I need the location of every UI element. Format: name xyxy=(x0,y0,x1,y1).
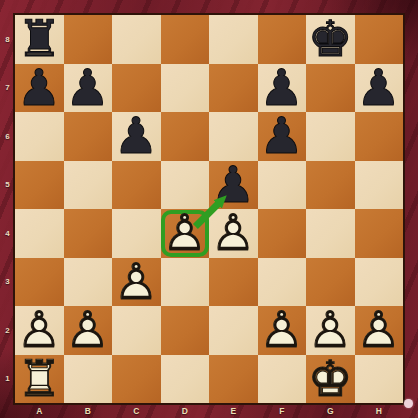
square-b6[interactable] xyxy=(64,112,113,161)
piece-black-king[interactable]: ♚ xyxy=(306,15,355,64)
square-h4[interactable] xyxy=(355,209,404,258)
square-b2[interactable]: ♟♙ xyxy=(64,306,113,355)
square-g5[interactable] xyxy=(306,161,355,210)
file-label-f: F xyxy=(258,403,307,418)
square-c3[interactable]: ♟♙ xyxy=(112,258,161,307)
square-f2[interactable]: ♟♙ xyxy=(258,306,307,355)
square-b3[interactable] xyxy=(64,258,113,307)
piece-white-pawn[interactable]: ♟♙ xyxy=(15,306,64,355)
white-king-outline: ♔ xyxy=(306,355,355,404)
square-h8[interactable] xyxy=(355,15,404,64)
square-g3[interactable] xyxy=(306,258,355,307)
piece-white-pawn[interactable]: ♟♙ xyxy=(306,306,355,355)
piece-black-pawn[interactable]: ♟ xyxy=(15,64,64,113)
file-label-e: E xyxy=(209,403,258,418)
square-d7[interactable] xyxy=(161,64,210,113)
square-e8[interactable] xyxy=(209,15,258,64)
piece-white-pawn[interactable]: ♟♙ xyxy=(258,306,307,355)
square-h3[interactable] xyxy=(355,258,404,307)
square-c6[interactable]: ♟ xyxy=(112,112,161,161)
piece-black-rook[interactable]: ♜ xyxy=(15,15,64,64)
black-pawn-glyph: ♟ xyxy=(355,64,404,113)
piece-black-pawn[interactable]: ♟ xyxy=(355,64,404,113)
black-pawn-glyph: ♟ xyxy=(64,64,113,113)
black-pawn-glyph: ♟ xyxy=(15,64,64,113)
piece-black-pawn[interactable]: ♟ xyxy=(64,64,113,113)
square-g2[interactable]: ♟♙ xyxy=(306,306,355,355)
square-d5[interactable] xyxy=(161,161,210,210)
square-e4[interactable]: ♟♙ xyxy=(209,209,258,258)
piece-black-pawn[interactable]: ♟ xyxy=(209,161,258,210)
square-c2[interactable] xyxy=(112,306,161,355)
piece-white-pawn[interactable]: ♟♙ xyxy=(209,209,258,258)
white-pawn-outline: ♙ xyxy=(209,209,258,258)
white-pawn-outline: ♙ xyxy=(306,306,355,355)
chess-board: ♜♚♟♟♟♟♟♟♟♟♙♟♙♟♙♟♙♟♙♟♙♟♙♟♙♜♖♚♔ xyxy=(15,15,403,403)
piece-black-pawn[interactable]: ♟ xyxy=(258,64,307,113)
square-f6[interactable]: ♟ xyxy=(258,112,307,161)
white-rook-outline: ♖ xyxy=(15,355,64,404)
white-pawn-outline: ♙ xyxy=(64,306,113,355)
square-a7[interactable]: ♟ xyxy=(15,64,64,113)
rank-label-2: 2 xyxy=(0,306,15,355)
square-b8[interactable] xyxy=(64,15,113,64)
square-a2[interactable]: ♟♙ xyxy=(15,306,64,355)
file-label-c: C xyxy=(112,403,161,418)
square-a6[interactable] xyxy=(15,112,64,161)
square-e5[interactable]: ♟ xyxy=(209,161,258,210)
square-f7[interactable]: ♟ xyxy=(258,64,307,113)
square-d8[interactable] xyxy=(161,15,210,64)
square-f3[interactable] xyxy=(258,258,307,307)
file-label-d: D xyxy=(161,403,210,418)
piece-white-pawn[interactable]: ♟♙ xyxy=(355,306,404,355)
square-g4[interactable] xyxy=(306,209,355,258)
piece-white-rook[interactable]: ♜♖ xyxy=(15,355,64,404)
black-pawn-glyph: ♟ xyxy=(112,112,161,161)
file-label-b: B xyxy=(64,403,113,418)
piece-black-pawn[interactable]: ♟ xyxy=(258,112,307,161)
white-pawn-outline: ♙ xyxy=(258,306,307,355)
square-e7[interactable] xyxy=(209,64,258,113)
rank-label-4: 4 xyxy=(0,209,15,258)
square-c7[interactable] xyxy=(112,64,161,113)
square-h2[interactable]: ♟♙ xyxy=(355,306,404,355)
square-c1[interactable] xyxy=(112,355,161,404)
piece-white-pawn[interactable]: ♟♙ xyxy=(161,209,210,258)
black-pawn-glyph: ♟ xyxy=(209,161,258,210)
square-h5[interactable] xyxy=(355,161,404,210)
white-pawn-outline: ♙ xyxy=(355,306,404,355)
square-a4[interactable] xyxy=(15,209,64,258)
rank-label-6: 6 xyxy=(0,112,15,161)
chess-board-frame: ♜♚♟♟♟♟♟♟♟♟♙♟♙♟♙♟♙♟♙♟♙♟♙♟♙♜♖♚♔ 87654321 A… xyxy=(0,0,418,418)
square-f5[interactable] xyxy=(258,161,307,210)
square-b5[interactable] xyxy=(64,161,113,210)
square-h7[interactable]: ♟ xyxy=(355,64,404,113)
black-king-glyph: ♚ xyxy=(306,15,355,64)
square-d4[interactable]: ♟♙ xyxy=(161,209,210,258)
white-pawn-outline: ♙ xyxy=(15,306,64,355)
square-b1[interactable] xyxy=(64,355,113,404)
square-c5[interactable] xyxy=(112,161,161,210)
piece-black-pawn[interactable]: ♟ xyxy=(112,112,161,161)
file-label-h: H xyxy=(355,403,404,418)
square-f4[interactable] xyxy=(258,209,307,258)
square-d6[interactable] xyxy=(161,112,210,161)
square-d3[interactable] xyxy=(161,258,210,307)
square-f1[interactable] xyxy=(258,355,307,404)
square-e6[interactable] xyxy=(209,112,258,161)
square-c8[interactable] xyxy=(112,15,161,64)
square-a3[interactable] xyxy=(15,258,64,307)
square-d2[interactable] xyxy=(161,306,210,355)
white-to-move-indicator xyxy=(404,399,413,408)
square-f8[interactable] xyxy=(258,15,307,64)
square-c4[interactable] xyxy=(112,209,161,258)
square-g6[interactable] xyxy=(306,112,355,161)
square-e1[interactable] xyxy=(209,355,258,404)
square-g7[interactable] xyxy=(306,64,355,113)
black-pawn-glyph: ♟ xyxy=(258,64,307,113)
square-a5[interactable] xyxy=(15,161,64,210)
square-g1[interactable]: ♚♔ xyxy=(306,355,355,404)
square-b4[interactable] xyxy=(64,209,113,258)
white-pawn-outline: ♙ xyxy=(112,258,161,307)
piece-white-king[interactable]: ♚♔ xyxy=(306,355,355,404)
piece-white-pawn[interactable]: ♟♙ xyxy=(112,258,161,307)
square-g8[interactable]: ♚ xyxy=(306,15,355,64)
black-pawn-glyph: ♟ xyxy=(258,112,307,161)
rank-label-8: 8 xyxy=(0,15,15,64)
white-pawn-outline: ♙ xyxy=(161,209,210,258)
square-e3[interactable] xyxy=(209,258,258,307)
square-b7[interactable]: ♟ xyxy=(64,64,113,113)
rank-label-3: 3 xyxy=(0,258,15,307)
square-h1[interactable] xyxy=(355,355,404,404)
piece-white-pawn[interactable]: ♟♙ xyxy=(64,306,113,355)
square-d1[interactable] xyxy=(161,355,210,404)
square-a1[interactable]: ♜♖ xyxy=(15,355,64,404)
rank-label-1: 1 xyxy=(0,355,15,404)
rank-label-5: 5 xyxy=(0,161,15,210)
square-e2[interactable] xyxy=(209,306,258,355)
rank-label-7: 7 xyxy=(0,64,15,113)
square-a8[interactable]: ♜ xyxy=(15,15,64,64)
square-h6[interactable] xyxy=(355,112,404,161)
black-rook-glyph: ♜ xyxy=(15,15,64,64)
